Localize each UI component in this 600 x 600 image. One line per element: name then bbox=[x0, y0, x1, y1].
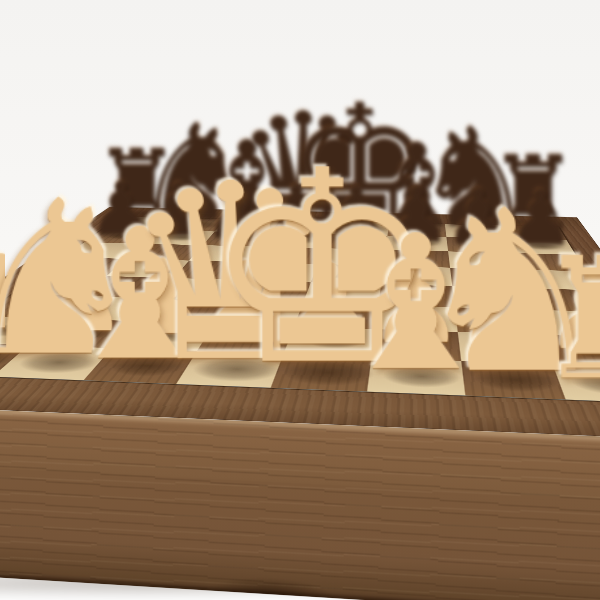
photo-scene: ♜♞♝♛♚♝♞♜♟♟♟♟♟♟♟♟♟♟♟♟♟♟♟♟♜♞♝♛♚♝♞♜ bbox=[0, 0, 600, 600]
board-apron bbox=[0, 402, 600, 600]
chess-board: ♜♞♝♛♚♝♞♜♟♟♟♟♟♟♟♟♟♟♟♟♟♟♟♟♜♞♝♛♚♝♞♜ bbox=[0, 217, 600, 404]
pieces-layer: ♜♞♝♛♚♝♞♜♟♟♟♟♟♟♟♟♟♟♟♟♟♟♟♟♜♞♝♛♚♝♞♜ bbox=[0, 217, 600, 404]
white-rook-glyph: ♜ bbox=[335, 236, 600, 403]
